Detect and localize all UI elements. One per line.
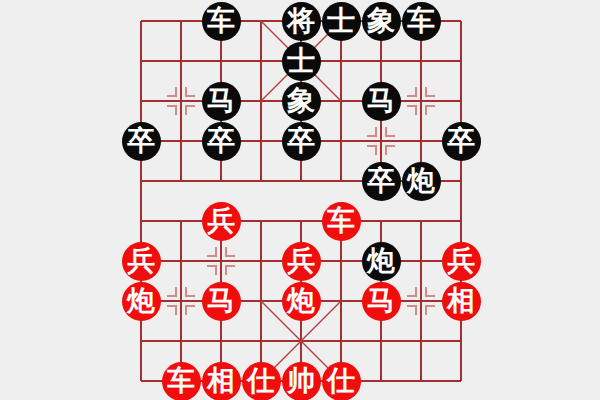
piece-red-soldier-c5[interactable]: 兵 (202, 202, 241, 241)
piece-black-chariot-h0[interactable]: 车 (402, 2, 441, 41)
xiangqi-board[interactable]: 车将士象车士马象马卒卒卒卒卒炮炮兵车兵兵兵炮马炮马相车相仕帅仕 (0, 0, 600, 400)
piece-red-soldier-e6[interactable]: 兵 (282, 242, 321, 281)
piece-black-chariot-c0[interactable]: 车 (202, 2, 241, 41)
piece-red-soldier-i6[interactable]: 兵 (442, 242, 481, 281)
piece-red-horse-c7[interactable]: 马 (202, 282, 241, 321)
piece-black-soldier-c3[interactable]: 卒 (202, 122, 241, 161)
piece-black-elephant-e2[interactable]: 象 (282, 82, 321, 121)
piece-black-elephant-g0[interactable]: 象 (362, 2, 401, 41)
piece-black-advisor-e1[interactable]: 士 (282, 42, 321, 81)
piece-red-advisor-d9[interactable]: 仕 (242, 362, 281, 400)
xiangqi-app: 车将士象车士马象马卒卒卒卒卒炮炮兵车兵兵兵炮马炮马相车相仕帅仕 (0, 0, 600, 400)
piece-black-general-e0[interactable]: 将 (282, 2, 321, 41)
piece-black-soldier-g4[interactable]: 卒 (362, 162, 401, 201)
piece-black-soldier-a3[interactable]: 卒 (122, 122, 161, 161)
piece-red-cannon-a7[interactable]: 炮 (122, 282, 161, 321)
piece-red-chariot-b9[interactable]: 车 (162, 362, 201, 400)
piece-black-cannon-h4[interactable]: 炮 (402, 162, 441, 201)
piece-red-advisor-f9[interactable]: 仕 (322, 362, 361, 400)
piece-black-horse-g2[interactable]: 马 (362, 82, 401, 121)
piece-black-cannon-g6[interactable]: 炮 (362, 242, 401, 281)
piece-red-horse-g7[interactable]: 马 (362, 282, 401, 321)
piece-red-elephant-i7[interactable]: 相 (442, 282, 481, 321)
piece-black-advisor-f0[interactable]: 士 (322, 2, 361, 41)
piece-red-cannon-e7[interactable]: 炮 (282, 282, 321, 321)
piece-black-soldier-e3[interactable]: 卒 (282, 122, 321, 161)
piece-black-soldier-i3[interactable]: 卒 (442, 122, 481, 161)
piece-black-horse-c2[interactable]: 马 (202, 82, 241, 121)
piece-red-chariot-f5[interactable]: 车 (322, 202, 361, 241)
piece-red-elephant-c9[interactable]: 相 (202, 362, 241, 400)
piece-red-soldier-a6[interactable]: 兵 (122, 242, 161, 281)
piece-red-general-e9[interactable]: 帅 (282, 362, 321, 400)
